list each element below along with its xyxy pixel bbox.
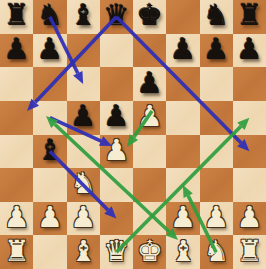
square-e4[interactable] [133, 135, 166, 169]
square-e6[interactable]: ♟ [133, 67, 166, 101]
square-e3[interactable] [133, 168, 166, 202]
square-b1[interactable] [33, 235, 66, 269]
piece-black-knight[interactable]: ♞ [203, 1, 229, 30]
square-d6[interactable] [100, 67, 133, 101]
piece-black-pawn[interactable]: ♟ [203, 35, 229, 64]
square-f2[interactable]: ♟ [166, 202, 199, 236]
square-f1[interactable]: ♝ [166, 235, 199, 269]
chess-app: ♜♞♝♛♚♞♜♟♟♟♟♟♟♟♟♟♝♟♞♟♟♟♟♟♟♜♝♛♚♝♞♜ [0, 0, 266, 269]
square-h5[interactable] [233, 101, 266, 135]
piece-black-pawn[interactable]: ♟ [70, 102, 96, 131]
square-g3[interactable] [200, 168, 233, 202]
square-e2[interactable] [133, 202, 166, 236]
chess-board: ♜♞♝♛♚♞♜♟♟♟♟♟♟♟♟♟♝♟♞♟♟♟♟♟♟♜♝♛♚♝♞♜ [0, 0, 266, 269]
piece-white-bishop[interactable]: ♝ [170, 237, 196, 266]
piece-white-rook[interactable]: ♜ [236, 237, 262, 266]
square-d7[interactable] [100, 34, 133, 68]
piece-white-knight[interactable]: ♞ [203, 237, 229, 266]
piece-white-pawn[interactable]: ♟ [137, 102, 163, 131]
square-e5[interactable]: ♟ [133, 101, 166, 135]
square-a4[interactable] [0, 135, 33, 169]
square-d3[interactable] [100, 168, 133, 202]
piece-black-pawn[interactable]: ♟ [37, 35, 63, 64]
square-h8[interactable]: ♜ [233, 0, 266, 34]
piece-black-pawn[interactable]: ♟ [137, 69, 163, 98]
square-c8[interactable]: ♝ [67, 0, 100, 34]
square-a2[interactable]: ♟ [0, 202, 33, 236]
piece-white-bishop[interactable]: ♝ [70, 237, 96, 266]
square-d8[interactable]: ♛ [100, 0, 133, 34]
piece-black-pawn[interactable]: ♟ [103, 102, 129, 131]
square-g7[interactable]: ♟ [200, 34, 233, 68]
square-b3[interactable] [33, 168, 66, 202]
square-h2[interactable]: ♟ [233, 202, 266, 236]
piece-white-pawn[interactable]: ♟ [70, 203, 96, 232]
square-a7[interactable]: ♟ [0, 34, 33, 68]
square-h7[interactable]: ♟ [233, 34, 266, 68]
piece-black-rook[interactable]: ♜ [236, 1, 262, 30]
square-g4[interactable] [200, 135, 233, 169]
square-a3[interactable] [0, 168, 33, 202]
square-c6[interactable] [67, 67, 100, 101]
square-h3[interactable] [233, 168, 266, 202]
square-a8[interactable]: ♜ [0, 0, 33, 34]
piece-white-king[interactable]: ♚ [137, 237, 163, 266]
square-b7[interactable]: ♟ [33, 34, 66, 68]
piece-white-pawn[interactable]: ♟ [170, 203, 196, 232]
piece-black-king[interactable]: ♚ [137, 1, 163, 30]
piece-white-rook[interactable]: ♜ [4, 237, 30, 266]
square-g1[interactable]: ♞ [200, 235, 233, 269]
piece-black-queen[interactable]: ♛ [103, 1, 129, 30]
square-f7[interactable]: ♟ [166, 34, 199, 68]
piece-white-pawn[interactable]: ♟ [203, 203, 229, 232]
piece-white-pawn[interactable]: ♟ [103, 136, 129, 165]
piece-black-pawn[interactable]: ♟ [236, 35, 262, 64]
square-g8[interactable]: ♞ [200, 0, 233, 34]
square-d2[interactable] [100, 202, 133, 236]
square-e8[interactable]: ♚ [133, 0, 166, 34]
square-h4[interactable] [233, 135, 266, 169]
square-h6[interactable] [233, 67, 266, 101]
square-d5[interactable]: ♟ [100, 101, 133, 135]
square-a5[interactable] [0, 101, 33, 135]
square-b8[interactable]: ♞ [33, 0, 66, 34]
square-h1[interactable]: ♜ [233, 235, 266, 269]
square-f4[interactable] [166, 135, 199, 169]
piece-black-bishop[interactable]: ♝ [37, 136, 63, 165]
piece-white-pawn[interactable]: ♟ [236, 203, 262, 232]
square-d4[interactable]: ♟ [100, 135, 133, 169]
square-c1[interactable]: ♝ [67, 235, 100, 269]
square-b4[interactable]: ♝ [33, 135, 66, 169]
piece-white-queen[interactable]: ♛ [103, 237, 129, 266]
square-b6[interactable] [33, 67, 66, 101]
piece-white-pawn[interactable]: ♟ [37, 203, 63, 232]
piece-black-pawn[interactable]: ♟ [170, 35, 196, 64]
square-g5[interactable] [200, 101, 233, 135]
square-f5[interactable] [166, 101, 199, 135]
piece-black-bishop[interactable]: ♝ [70, 1, 96, 30]
square-b5[interactable] [33, 101, 66, 135]
square-e7[interactable] [133, 34, 166, 68]
square-a1[interactable]: ♜ [0, 235, 33, 269]
square-c7[interactable] [67, 34, 100, 68]
square-a6[interactable] [0, 67, 33, 101]
square-f3[interactable] [166, 168, 199, 202]
square-b2[interactable]: ♟ [33, 202, 66, 236]
square-f8[interactable] [166, 0, 199, 34]
square-c5[interactable]: ♟ [67, 101, 100, 135]
square-c3[interactable]: ♞ [67, 168, 100, 202]
piece-white-knight[interactable]: ♞ [70, 169, 96, 198]
piece-black-knight[interactable]: ♞ [37, 1, 63, 30]
square-g6[interactable] [200, 67, 233, 101]
square-c2[interactable]: ♟ [67, 202, 100, 236]
square-e1[interactable]: ♚ [133, 235, 166, 269]
square-g2[interactable]: ♟ [200, 202, 233, 236]
square-f6[interactable] [166, 67, 199, 101]
piece-black-rook[interactable]: ♜ [4, 1, 30, 30]
square-c4[interactable] [67, 135, 100, 169]
piece-black-pawn[interactable]: ♟ [4, 35, 30, 64]
piece-white-pawn[interactable]: ♟ [4, 203, 30, 232]
square-d1[interactable]: ♛ [100, 235, 133, 269]
